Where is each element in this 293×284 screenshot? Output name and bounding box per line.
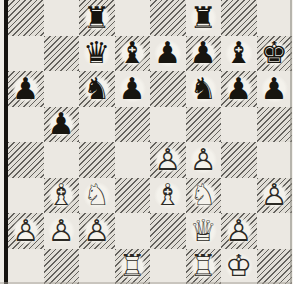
piece-black-pawn-g6: ♟ <box>221 71 257 107</box>
square-h1 <box>257 249 293 284</box>
square-a1 <box>8 249 44 284</box>
piece-white-bishop-e3: ♗ <box>150 178 186 214</box>
piece-black-knight-f6: ♞ <box>186 71 222 107</box>
piece-white-pawn-a2: ♙ <box>8 213 44 249</box>
square-a7 <box>8 36 44 72</box>
piece-black-bishop-d7: ♝ <box>115 36 151 72</box>
square-c7: ♛ <box>79 36 115 72</box>
square-a4 <box>8 142 44 178</box>
square-c2: ♙ <box>79 213 115 249</box>
piece-black-pawn-b5: ♟ <box>44 107 80 143</box>
piece-white-knight-c3: ♘ <box>79 178 115 214</box>
piece-white-pawn-g2: ♙ <box>221 213 257 249</box>
square-d2 <box>115 213 151 249</box>
piece-white-rook-f1: ♖ <box>186 249 222 284</box>
square-a5 <box>8 107 44 143</box>
piece-white-queen-f2: ♕ <box>186 213 222 249</box>
square-f1: ♖ <box>186 249 222 284</box>
square-h4 <box>257 142 293 178</box>
piece-white-rook-d1: ♖ <box>115 249 151 284</box>
piece-black-pawn-h6: ♟ <box>257 71 293 107</box>
square-a8 <box>8 0 44 36</box>
piece-black-rook-c8: ♜ <box>79 0 115 36</box>
square-a3 <box>8 178 44 214</box>
square-e3: ♗ <box>150 178 186 214</box>
square-b5: ♟ <box>44 107 80 143</box>
square-c1 <box>79 249 115 284</box>
square-c6: ♞ <box>79 71 115 107</box>
square-e5 <box>150 107 186 143</box>
square-d1: ♖ <box>115 249 151 284</box>
square-c5 <box>79 107 115 143</box>
piece-white-knight-f3: ♘ <box>186 178 222 214</box>
square-b1 <box>44 249 80 284</box>
piece-black-pawn-e7: ♟ <box>150 36 186 72</box>
piece-white-pawn-h3: ♙ <box>257 178 293 214</box>
square-g6: ♟ <box>221 71 257 107</box>
square-f4: ♙ <box>186 142 222 178</box>
square-e8 <box>150 0 186 36</box>
chess-board: ♜♜♛♝♟♟♝♚♟♞♟♞♟♟♟♙♙♗♘♗♘♙♙♙♙♕♙♖♖♔ <box>8 0 292 284</box>
chess-diagram: ♜♜♛♝♟♟♝♚♟♞♟♞♟♟♟♙♙♗♘♗♘♙♙♙♙♕♙♖♖♔ <box>0 0 292 284</box>
square-h6: ♟ <box>257 71 293 107</box>
square-h5 <box>257 107 293 143</box>
square-b8 <box>44 0 80 36</box>
square-f5 <box>186 107 222 143</box>
square-f3: ♘ <box>186 178 222 214</box>
piece-white-pawn-e4: ♙ <box>150 142 186 178</box>
square-b7 <box>44 36 80 72</box>
square-e4: ♙ <box>150 142 186 178</box>
square-d3 <box>115 178 151 214</box>
square-h3: ♙ <box>257 178 293 214</box>
square-d4 <box>115 142 151 178</box>
piece-white-pawn-f4: ♙ <box>186 142 222 178</box>
piece-black-king-h7: ♚ <box>257 36 293 72</box>
piece-black-knight-c6: ♞ <box>79 71 115 107</box>
square-e7: ♟ <box>150 36 186 72</box>
square-h8 <box>257 0 293 36</box>
square-f7: ♟ <box>186 36 222 72</box>
square-d6: ♟ <box>115 71 151 107</box>
square-a2: ♙ <box>8 213 44 249</box>
square-f6: ♞ <box>186 71 222 107</box>
square-c8: ♜ <box>79 0 115 36</box>
piece-black-queen-c7: ♛ <box>79 36 115 72</box>
square-b2: ♙ <box>44 213 80 249</box>
square-f8: ♜ <box>186 0 222 36</box>
piece-black-pawn-d6: ♟ <box>115 71 151 107</box>
square-g8 <box>221 0 257 36</box>
piece-black-rook-f8: ♜ <box>186 0 222 36</box>
square-d7: ♝ <box>115 36 151 72</box>
square-g5 <box>221 107 257 143</box>
piece-black-bishop-g7: ♝ <box>221 36 257 72</box>
square-c3: ♘ <box>79 178 115 214</box>
piece-white-king-g1: ♔ <box>221 249 257 284</box>
piece-white-pawn-b2: ♙ <box>44 213 80 249</box>
square-c4 <box>79 142 115 178</box>
piece-white-bishop-b3: ♗ <box>44 178 80 214</box>
square-f2: ♕ <box>186 213 222 249</box>
square-g4 <box>221 142 257 178</box>
square-b6 <box>44 71 80 107</box>
square-h7: ♚ <box>257 36 293 72</box>
square-g1: ♔ <box>221 249 257 284</box>
piece-black-pawn-f7: ♟ <box>186 36 222 72</box>
square-b4 <box>44 142 80 178</box>
piece-black-pawn-a6: ♟ <box>8 71 44 107</box>
square-e2 <box>150 213 186 249</box>
square-e1 <box>150 249 186 284</box>
square-a6: ♟ <box>8 71 44 107</box>
square-d8 <box>115 0 151 36</box>
square-e6 <box>150 71 186 107</box>
piece-white-pawn-c2: ♙ <box>79 213 115 249</box>
square-h2 <box>257 213 293 249</box>
square-b3: ♗ <box>44 178 80 214</box>
square-g2: ♙ <box>221 213 257 249</box>
square-d5 <box>115 107 151 143</box>
square-g7: ♝ <box>221 36 257 72</box>
square-g3 <box>221 178 257 214</box>
